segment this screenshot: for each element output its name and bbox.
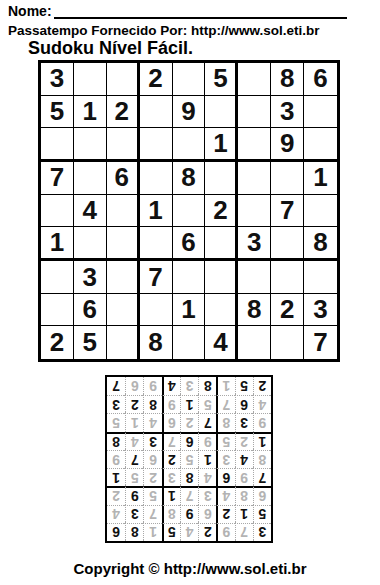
- sudoku-cell: 2: [140, 63, 173, 96]
- sudoku-cell: 4: [205, 326, 238, 359]
- solution-cell: 8: [162, 505, 180, 523]
- solution-cell: 6: [162, 413, 180, 431]
- solution-cell: 7: [162, 432, 180, 450]
- sudoku-print-page: Nome: Passatempo Fornecido Por: http://w…: [0, 0, 380, 585]
- sudoku-cell: 1: [140, 195, 173, 228]
- sudoku-cell: [205, 227, 238, 261]
- sudoku-cell: 6: [304, 63, 337, 96]
- solution-cell: 3: [235, 413, 253, 431]
- sudoku-cell: 2: [107, 96, 140, 129]
- solution-cell: 4: [143, 413, 161, 431]
- name-label: Nome:: [8, 3, 52, 19]
- solution-cell: 4: [107, 505, 125, 523]
- sudoku-cell: 3: [41, 63, 74, 96]
- sudoku-cell: [107, 326, 140, 359]
- solution-cell: 1: [198, 450, 216, 468]
- solution-cell: 4: [125, 432, 143, 450]
- solution-cell: 9: [125, 486, 143, 504]
- solution-cell: 6: [253, 486, 271, 504]
- copyright-text: Copyright © http://www.sol.eti.br: [0, 560, 380, 577]
- solution-cell: 7: [198, 413, 216, 431]
- sudoku-cell: [41, 128, 74, 162]
- solution-cell: 1: [253, 432, 271, 450]
- solution-cell: 6: [125, 377, 143, 395]
- solution-cell: 8: [143, 395, 161, 413]
- sudoku-cell: [173, 195, 206, 228]
- sudoku-cell: [238, 162, 271, 195]
- sudoku-cell: 7: [41, 162, 74, 195]
- sudoku-cell: [304, 261, 337, 294]
- solution-cell: 8: [107, 432, 125, 450]
- sudoku-cell: [140, 128, 173, 162]
- solution-cell: 1: [162, 486, 180, 504]
- solution-cell: 7: [143, 505, 161, 523]
- sudoku-cell: [74, 63, 107, 96]
- sudoku-cell: 3: [304, 294, 337, 327]
- solution-cell: 4: [198, 468, 216, 486]
- solution-cell: 1: [143, 523, 161, 541]
- sudoku-cell: 1: [304, 162, 337, 195]
- sudoku-cell: [238, 96, 271, 129]
- solution-cell: 8: [253, 450, 271, 468]
- sudoku-cell: 8: [271, 63, 304, 96]
- solution-cell: 4: [253, 395, 271, 413]
- solution-cell: 1: [180, 395, 198, 413]
- solution-cell: 3: [216, 450, 234, 468]
- sudoku-cell: [205, 96, 238, 129]
- solution-cell: 7: [216, 395, 234, 413]
- sudoku-cell: 1: [205, 128, 238, 162]
- solution-cell: 1: [107, 468, 125, 486]
- sudoku-cell: [74, 128, 107, 162]
- solution-cell: 3: [162, 468, 180, 486]
- solution-cell: 8: [125, 523, 143, 541]
- solution-cell: 8: [216, 413, 234, 431]
- sudoku-cell: 8: [304, 227, 337, 261]
- solution-cell: 6: [107, 523, 125, 541]
- sudoku-cell: 5: [41, 96, 74, 129]
- solution-cell: 9: [235, 468, 253, 486]
- sudoku-cell: [107, 128, 140, 162]
- sudoku-cell: 1: [74, 96, 107, 129]
- solution-cell: 6: [198, 505, 216, 523]
- sudoku-cell: [304, 128, 337, 162]
- solution-cell: 2: [180, 413, 198, 431]
- sudoku-cell: [107, 227, 140, 261]
- sudoku-cell: [74, 162, 107, 195]
- solution-cell: 7: [180, 486, 198, 504]
- solution-cell: 9: [107, 450, 125, 468]
- solution-cell: 5: [125, 468, 143, 486]
- solution-cell: 5: [253, 505, 271, 523]
- solution-cell: 3: [198, 486, 216, 504]
- sudoku-cell: [173, 63, 206, 96]
- sudoku-cell: [173, 261, 206, 294]
- sudoku-cell: [238, 261, 271, 294]
- sudoku-cell: [107, 63, 140, 96]
- sudoku-cell: 8: [238, 294, 271, 327]
- solution-cell: 2: [162, 450, 180, 468]
- sudoku-cell: [271, 326, 304, 359]
- solution-cell: 5: [235, 377, 253, 395]
- sudoku-cell: [140, 227, 173, 261]
- sudoku-cell: [238, 128, 271, 162]
- page-title: Sudoku Nível Fácil.: [28, 38, 193, 59]
- solution-cell: 1: [125, 413, 143, 431]
- solution-cell: 7: [253, 468, 271, 486]
- solution-cell: 2: [143, 468, 161, 486]
- sudoku-cell: [205, 261, 238, 294]
- solution-cell: 9: [162, 395, 180, 413]
- sudoku-cell: [107, 261, 140, 294]
- solution-grid-rotated: 3792451865126987346843715927964832518431…: [105, 375, 273, 543]
- sudoku-cell: 1: [41, 227, 74, 261]
- sudoku-cell: [107, 195, 140, 228]
- sudoku-cell: 9: [173, 96, 206, 129]
- sudoku-cell: [271, 162, 304, 195]
- sudoku-cell: 7: [140, 261, 173, 294]
- sudoku-cell: [140, 294, 173, 327]
- sudoku-cell: 6: [173, 227, 206, 261]
- sudoku-cell: [304, 96, 337, 129]
- solution-cell: 2: [253, 377, 271, 395]
- sudoku-cell: [238, 326, 271, 359]
- solution-cell: 6: [143, 450, 161, 468]
- name-row: Nome:: [8, 3, 347, 19]
- sudoku-cell: 2: [271, 294, 304, 327]
- solution-cell: 3: [107, 395, 125, 413]
- sudoku-cell: [205, 162, 238, 195]
- sudoku-cell: [173, 326, 206, 359]
- sudoku-cell: 8: [140, 326, 173, 359]
- sudoku-cell: [41, 294, 74, 327]
- solution-cell: 2: [107, 486, 125, 504]
- name-blank-line: [54, 3, 347, 19]
- solution-cell: 8: [235, 486, 253, 504]
- sudoku-cell: 3: [238, 227, 271, 261]
- sudoku-cell: [140, 96, 173, 129]
- solution-cell: 6: [235, 395, 253, 413]
- sudoku-cell: [107, 294, 140, 327]
- sudoku-cell: [41, 195, 74, 228]
- solution-cell: 2: [235, 432, 253, 450]
- solution-cell: 1: [235, 505, 253, 523]
- solution-cell: 6: [180, 432, 198, 450]
- solution-cell: 3: [180, 377, 198, 395]
- sudoku-cell: 6: [74, 294, 107, 327]
- provided-by-text: Passatempo Fornecido Por: http://www.sol…: [8, 23, 320, 38]
- solution-cell: 9: [198, 432, 216, 450]
- sudoku-cell: [271, 261, 304, 294]
- sudoku-cell: 3: [74, 261, 107, 294]
- solution-cell: 7: [125, 450, 143, 468]
- solution-cell: 7: [235, 523, 253, 541]
- solution-cell: 8: [180, 468, 198, 486]
- solution-cell: 5: [198, 395, 216, 413]
- sudoku-cell: 5: [205, 63, 238, 96]
- solution-cell: 5: [107, 413, 125, 431]
- solution-cell: 2: [125, 395, 143, 413]
- sudoku-cell: 6: [107, 162, 140, 195]
- sudoku-cell: 3: [271, 96, 304, 129]
- sudoku-cell: 7: [271, 195, 304, 228]
- solution-cell: 2: [216, 505, 234, 523]
- sudoku-cell: 2: [205, 195, 238, 228]
- sudoku-cell: 9: [271, 128, 304, 162]
- solution-cell: 4: [180, 523, 198, 541]
- solution-cell: 5: [216, 432, 234, 450]
- solution-cell: 6: [216, 468, 234, 486]
- sudoku-cell: [41, 261, 74, 294]
- sudoku-cell: 7: [304, 326, 337, 359]
- sudoku-cell: 1: [173, 294, 206, 327]
- sudoku-cell: [140, 162, 173, 195]
- sudoku-cell: [205, 294, 238, 327]
- solution-cell: 8: [198, 377, 216, 395]
- solution-cell: 5: [162, 523, 180, 541]
- sudoku-cell: [74, 227, 107, 261]
- solution-cell: 9: [253, 413, 271, 431]
- sudoku-cell: 2: [41, 326, 74, 359]
- solution-cell: 9: [180, 505, 198, 523]
- solution-cell: 4: [216, 486, 234, 504]
- sudoku-cell: [238, 195, 271, 228]
- solution-cell: 3: [143, 432, 161, 450]
- sudoku-cell: 5: [74, 326, 107, 359]
- sudoku-cell: 8: [173, 162, 206, 195]
- main-sudoku-grid: 325865129319768141271638376182325847: [38, 60, 340, 362]
- solution-cell: 1: [216, 377, 234, 395]
- solution-cell: 3: [253, 523, 271, 541]
- solution-cell: 5: [180, 450, 198, 468]
- solution-cell: 9: [216, 523, 234, 541]
- solution-cell: 9: [143, 377, 161, 395]
- sudoku-cell: 4: [74, 195, 107, 228]
- solution-cell: 3: [125, 505, 143, 523]
- solution-cell: 4: [162, 377, 180, 395]
- sudoku-cell: [271, 227, 304, 261]
- sudoku-cell: [238, 63, 271, 96]
- solution-cell: 2: [198, 523, 216, 541]
- solution-cell: 4: [235, 450, 253, 468]
- sudoku-cell: [304, 195, 337, 228]
- solution-cell: 7: [107, 377, 125, 395]
- sudoku-cell: [173, 128, 206, 162]
- solution-cell: 5: [143, 486, 161, 504]
